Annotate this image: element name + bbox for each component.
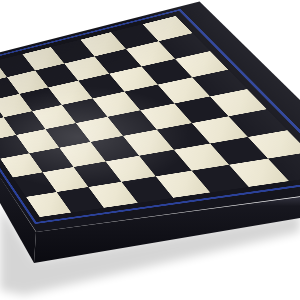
chessboard-product-photo — [0, 0, 300, 300]
